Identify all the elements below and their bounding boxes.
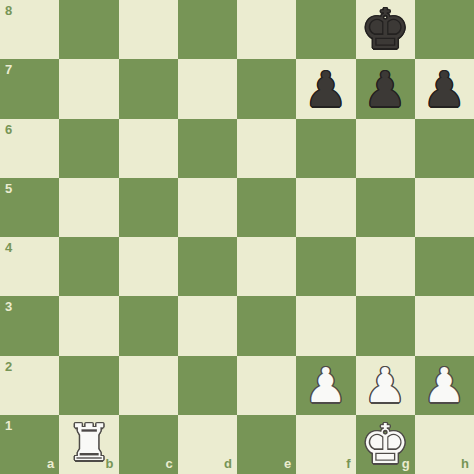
file-label-f: f (346, 457, 350, 470)
square-g8[interactable]: ♚ (356, 0, 415, 59)
piece-white-pawn[interactable]: ♟ (304, 361, 347, 409)
square-a2[interactable]: 2 (0, 356, 59, 415)
square-f7[interactable]: ♟ (296, 59, 355, 118)
file-label-h: h (461, 457, 469, 470)
square-d3[interactable] (178, 296, 237, 355)
square-h5[interactable] (415, 178, 474, 237)
square-c5[interactable] (119, 178, 178, 237)
square-d6[interactable] (178, 119, 237, 178)
square-b4[interactable] (59, 237, 118, 296)
square-c1[interactable]: c (119, 415, 178, 474)
square-d2[interactable] (178, 356, 237, 415)
square-e2[interactable] (237, 356, 296, 415)
piece-black-pawn[interactable]: ♟ (423, 65, 466, 113)
square-g3[interactable] (356, 296, 415, 355)
piece-white-pawn[interactable]: ♟ (364, 361, 407, 409)
piece-black-pawn[interactable]: ♟ (364, 65, 407, 113)
square-f4[interactable] (296, 237, 355, 296)
rank-label-4: 4 (5, 241, 12, 254)
square-b8[interactable] (59, 0, 118, 59)
square-h2[interactable]: ♟ (415, 356, 474, 415)
square-b3[interactable] (59, 296, 118, 355)
piece-white-king[interactable]: ♚ (360, 417, 409, 472)
rank-label-6: 6 (5, 123, 12, 136)
square-a8[interactable]: 8 (0, 0, 59, 59)
square-f2[interactable]: ♟ (296, 356, 355, 415)
rank-label-2: 2 (5, 360, 12, 373)
square-c2[interactable] (119, 356, 178, 415)
square-e5[interactable] (237, 178, 296, 237)
piece-white-pawn[interactable]: ♟ (423, 361, 466, 409)
square-c3[interactable] (119, 296, 178, 355)
square-a6[interactable]: 6 (0, 119, 59, 178)
file-label-a: a (47, 457, 54, 470)
square-a3[interactable]: 3 (0, 296, 59, 355)
square-g5[interactable] (356, 178, 415, 237)
square-e1[interactable]: e (237, 415, 296, 474)
square-h8[interactable] (415, 0, 474, 59)
square-d7[interactable] (178, 59, 237, 118)
square-a4[interactable]: 4 (0, 237, 59, 296)
piece-white-rook[interactable]: ♜ (66, 418, 111, 468)
square-g2[interactable]: ♟ (356, 356, 415, 415)
square-f8[interactable] (296, 0, 355, 59)
square-h6[interactable] (415, 119, 474, 178)
chess-board: 8♚7♟♟♟65432♟♟♟1ab♜cdefg♚h (0, 0, 474, 474)
square-h1[interactable]: h (415, 415, 474, 474)
square-e3[interactable] (237, 296, 296, 355)
square-a7[interactable]: 7 (0, 59, 59, 118)
square-d1[interactable]: d (178, 415, 237, 474)
rank-label-5: 5 (5, 182, 12, 195)
square-h7[interactable]: ♟ (415, 59, 474, 118)
square-g4[interactable] (356, 237, 415, 296)
rank-label-8: 8 (5, 4, 12, 17)
rank-label-1: 1 (5, 419, 12, 432)
square-b2[interactable] (59, 356, 118, 415)
square-f6[interactable] (296, 119, 355, 178)
square-d5[interactable] (178, 178, 237, 237)
square-h3[interactable] (415, 296, 474, 355)
file-label-d: d (224, 457, 232, 470)
rank-label-3: 3 (5, 300, 12, 313)
square-e7[interactable] (237, 59, 296, 118)
square-a5[interactable]: 5 (0, 178, 59, 237)
square-a1[interactable]: 1a (0, 415, 59, 474)
piece-black-king[interactable]: ♚ (360, 2, 409, 57)
square-f5[interactable] (296, 178, 355, 237)
file-label-e: e (284, 457, 291, 470)
rank-label-7: 7 (5, 63, 12, 76)
square-b6[interactable] (59, 119, 118, 178)
square-h4[interactable] (415, 237, 474, 296)
square-f1[interactable]: f (296, 415, 355, 474)
file-label-c: c (166, 457, 173, 470)
square-g7[interactable]: ♟ (356, 59, 415, 118)
square-c7[interactable] (119, 59, 178, 118)
square-e8[interactable] (237, 0, 296, 59)
square-b5[interactable] (59, 178, 118, 237)
square-b1[interactable]: b♜ (59, 415, 118, 474)
square-c4[interactable] (119, 237, 178, 296)
piece-black-pawn[interactable]: ♟ (304, 65, 347, 113)
square-e4[interactable] (237, 237, 296, 296)
square-e6[interactable] (237, 119, 296, 178)
square-c8[interactable] (119, 0, 178, 59)
square-d8[interactable] (178, 0, 237, 59)
square-d4[interactable] (178, 237, 237, 296)
square-g1[interactable]: g♚ (356, 415, 415, 474)
square-c6[interactable] (119, 119, 178, 178)
square-f3[interactable] (296, 296, 355, 355)
square-b7[interactable] (59, 59, 118, 118)
square-g6[interactable] (356, 119, 415, 178)
